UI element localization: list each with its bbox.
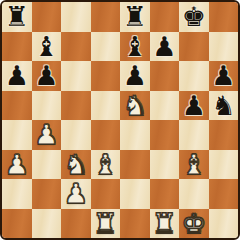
piece-black-pawn[interactable]: ♟ bbox=[211, 61, 235, 90]
piece-black-rook[interactable]: ♜ bbox=[123, 2, 147, 31]
square-c3[interactable]: ♞ bbox=[61, 150, 91, 180]
square-h7[interactable] bbox=[209, 32, 239, 62]
square-f8[interactable] bbox=[150, 2, 180, 32]
square-h3[interactable] bbox=[209, 150, 239, 180]
square-f4[interactable] bbox=[150, 120, 180, 150]
piece-black-pawn[interactable]: ♟ bbox=[5, 61, 29, 90]
square-e3[interactable] bbox=[120, 150, 150, 180]
square-d4[interactable] bbox=[91, 120, 121, 150]
square-e7[interactable]: ♝ bbox=[120, 32, 150, 62]
square-f2[interactable] bbox=[150, 179, 180, 209]
square-d2[interactable] bbox=[91, 179, 121, 209]
piece-black-knight[interactable]: ♞ bbox=[211, 91, 235, 120]
square-e6[interactable]: ♟ bbox=[120, 61, 150, 91]
square-d6[interactable] bbox=[91, 61, 121, 91]
square-b2[interactable] bbox=[32, 179, 62, 209]
square-c4[interactable] bbox=[61, 120, 91, 150]
piece-white-knight[interactable]: ♞ bbox=[123, 91, 147, 120]
square-f3[interactable] bbox=[150, 150, 180, 180]
square-f5[interactable] bbox=[150, 91, 180, 121]
square-g5[interactable]: ♟ bbox=[179, 91, 209, 121]
piece-white-king[interactable]: ♚ bbox=[182, 209, 206, 238]
square-d3[interactable]: ♝ bbox=[91, 150, 121, 180]
square-e1[interactable] bbox=[120, 209, 150, 239]
square-c6[interactable] bbox=[61, 61, 91, 91]
square-c2[interactable]: ♟ bbox=[61, 179, 91, 209]
square-a5[interactable] bbox=[2, 91, 32, 121]
square-b8[interactable] bbox=[32, 2, 62, 32]
square-g8[interactable]: ♚ bbox=[179, 2, 209, 32]
piece-white-rook[interactable]: ♜ bbox=[152, 209, 176, 238]
square-c8[interactable] bbox=[61, 2, 91, 32]
square-a4[interactable] bbox=[2, 120, 32, 150]
square-h6[interactable]: ♟ bbox=[209, 61, 239, 91]
square-g6[interactable] bbox=[179, 61, 209, 91]
square-d7[interactable] bbox=[91, 32, 121, 62]
piece-black-pawn[interactable]: ♟ bbox=[182, 91, 206, 120]
piece-black-pawn[interactable]: ♟ bbox=[123, 61, 147, 90]
piece-white-knight[interactable]: ♞ bbox=[64, 150, 88, 179]
square-c5[interactable] bbox=[61, 91, 91, 121]
piece-white-rook[interactable]: ♜ bbox=[93, 209, 117, 238]
square-b1[interactable] bbox=[32, 209, 62, 239]
square-h4[interactable] bbox=[209, 120, 239, 150]
square-h8[interactable] bbox=[209, 2, 239, 32]
square-b7[interactable]: ♝ bbox=[32, 32, 62, 62]
square-e8[interactable]: ♜ bbox=[120, 2, 150, 32]
square-a7[interactable] bbox=[2, 32, 32, 62]
square-b3[interactable] bbox=[32, 150, 62, 180]
square-h1[interactable] bbox=[209, 209, 239, 239]
square-d1[interactable]: ♜ bbox=[91, 209, 121, 239]
square-a6[interactable]: ♟ bbox=[2, 61, 32, 91]
chess-board: ♜♜♚♝♝♟♟♟♟♟♞♟♞♟♟♞♝♝♟♜♜♚ bbox=[0, 0, 240, 240]
square-g1[interactable]: ♚ bbox=[179, 209, 209, 239]
square-f6[interactable] bbox=[150, 61, 180, 91]
square-b4[interactable]: ♟ bbox=[32, 120, 62, 150]
square-c1[interactable] bbox=[61, 209, 91, 239]
square-e2[interactable] bbox=[120, 179, 150, 209]
piece-white-pawn[interactable]: ♟ bbox=[34, 120, 58, 149]
square-g2[interactable] bbox=[179, 179, 209, 209]
piece-black-pawn[interactable]: ♟ bbox=[152, 32, 176, 61]
square-g4[interactable] bbox=[179, 120, 209, 150]
square-d8[interactable] bbox=[91, 2, 121, 32]
square-a8[interactable]: ♜ bbox=[2, 2, 32, 32]
square-e5[interactable]: ♞ bbox=[120, 91, 150, 121]
square-a3[interactable]: ♟ bbox=[2, 150, 32, 180]
square-f1[interactable]: ♜ bbox=[150, 209, 180, 239]
square-h5[interactable]: ♞ bbox=[209, 91, 239, 121]
square-a1[interactable] bbox=[2, 209, 32, 239]
square-a2[interactable] bbox=[2, 179, 32, 209]
piece-black-bishop[interactable]: ♝ bbox=[34, 32, 58, 61]
square-b5[interactable] bbox=[32, 91, 62, 121]
piece-black-rook[interactable]: ♜ bbox=[5, 2, 29, 31]
piece-white-pawn[interactable]: ♟ bbox=[5, 150, 29, 179]
piece-black-king[interactable]: ♚ bbox=[182, 2, 206, 31]
piece-white-bishop[interactable]: ♝ bbox=[182, 150, 206, 179]
chess-board-wrapper: ♜♜♚♝♝♟♟♟♟♟♞♟♞♟♟♞♝♝♟♜♜♚ bbox=[0, 0, 240, 240]
square-e4[interactable] bbox=[120, 120, 150, 150]
square-f7[interactable]: ♟ bbox=[150, 32, 180, 62]
piece-white-bishop[interactable]: ♝ bbox=[93, 150, 117, 179]
square-g7[interactable] bbox=[179, 32, 209, 62]
square-b6[interactable]: ♟ bbox=[32, 61, 62, 91]
piece-white-pawn[interactable]: ♟ bbox=[64, 179, 88, 208]
square-d5[interactable] bbox=[91, 91, 121, 121]
piece-black-pawn[interactable]: ♟ bbox=[34, 61, 58, 90]
square-h2[interactable] bbox=[209, 179, 239, 209]
piece-black-bishop[interactable]: ♝ bbox=[123, 32, 147, 61]
square-c7[interactable] bbox=[61, 32, 91, 62]
square-g3[interactable]: ♝ bbox=[179, 150, 209, 180]
